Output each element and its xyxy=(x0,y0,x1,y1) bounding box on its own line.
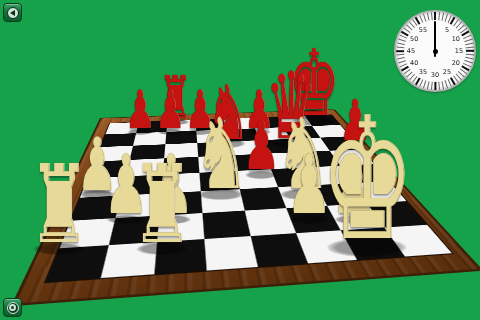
stopwatch: 510152025303540455055 xyxy=(394,10,476,92)
piece-glyph: ♜ xyxy=(132,151,192,259)
piece-glyph: ♟ xyxy=(155,84,184,137)
clock-face: 510152025303540455055 xyxy=(404,20,466,82)
clock-center-cap xyxy=(433,49,438,54)
piece-glyph: ♜ xyxy=(29,151,89,259)
back-button[interactable] xyxy=(3,3,22,22)
ring-button[interactable] xyxy=(3,298,22,317)
ring-icon xyxy=(7,302,19,314)
piece-glyph: ♚ xyxy=(320,95,414,264)
piece-glyph: ♞ xyxy=(193,106,247,204)
circle-ring-icon xyxy=(9,304,16,311)
piece-glyph: ♟ xyxy=(126,84,155,137)
chess-app-window: ♜♚♛♞♟♟♟♟♟♟♜♜♚♞♞♟♟♟♟♟ 5101520253035404550… xyxy=(0,0,480,320)
left-triangle-icon xyxy=(10,10,15,16)
back-icon xyxy=(7,7,19,19)
